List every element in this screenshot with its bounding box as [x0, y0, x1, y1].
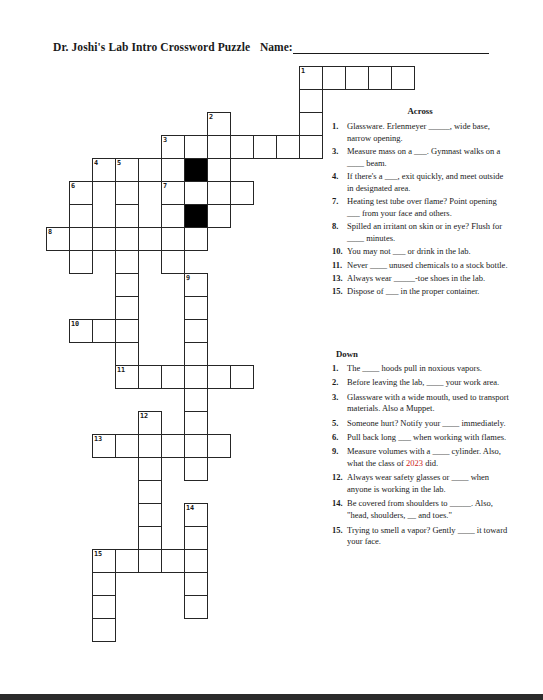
cell-number: 13 [94, 435, 102, 443]
clue-number: 1. [330, 121, 346, 145]
grid-cell[interactable] [115, 342, 139, 366]
cell-number: 11 [117, 366, 125, 374]
grid-cell[interactable] [322, 66, 346, 90]
grid-cell[interactable] [138, 503, 162, 527]
clue-text: Measure volumes with a ____ cylinder. Al… [347, 446, 510, 470]
clue-number: 12. [330, 472, 346, 496]
clue-down-15: 15.Trying to smell a vapor? Gently ____ … [330, 525, 510, 549]
clue-text: Someone hurt? Notify your ____ immediate… [347, 418, 510, 430]
across-clues-section: Across 1.Glassware. Erlenmeyer _____, wi… [330, 106, 510, 300]
grid-cell[interactable] [138, 227, 162, 251]
grid-cell[interactable] [299, 89, 323, 113]
grid-cell[interactable] [207, 365, 231, 389]
grid-cell[interactable]: 3 [161, 135, 185, 159]
clue-text: Trying to smell a vapor? Gently ____ it … [347, 525, 510, 549]
cell-number: 2 [209, 113, 213, 121]
grid-cell[interactable] [184, 296, 208, 320]
clue-number: 3. [330, 392, 346, 416]
clue-number: 1. [330, 363, 346, 375]
grid-cell[interactable]: 10 [69, 319, 93, 343]
grid-cell[interactable] [161, 250, 185, 274]
clue-across-10: 10.You may not ___ or drink in the lab. [330, 246, 510, 258]
grid-cell[interactable]: 4 [92, 158, 116, 182]
grid-cell[interactable] [69, 227, 93, 251]
clue-across-1: 1.Glassware. Erlenmeyer _____, wide base… [330, 121, 510, 145]
grid-cell[interactable]: 15 [92, 549, 116, 573]
grid-cell[interactable] [115, 296, 139, 320]
clue-across-11: 11.Never ____ unused chemicals to a stoc… [330, 260, 510, 272]
grid-cell[interactable] [138, 480, 162, 504]
grid-cell[interactable] [184, 388, 208, 412]
clue-number: 14. [330, 498, 346, 522]
cell-number: 6 [71, 182, 75, 190]
grid-cell[interactable] [184, 434, 208, 458]
grid-cell[interactable] [184, 457, 208, 481]
clue-text: If there's a ___, exit quickly, and meet… [347, 171, 510, 195]
grid-cell[interactable] [115, 181, 139, 205]
grid-cell[interactable] [138, 526, 162, 550]
clue-number: 6. [330, 432, 346, 444]
grid-cell[interactable] [138, 365, 162, 389]
grid-cell[interactable]: 5 [115, 158, 139, 182]
cell-number: 8 [48, 228, 52, 236]
grid-cell[interactable] [69, 250, 93, 274]
grid-cell[interactable] [184, 135, 208, 159]
grid-cell[interactable] [161, 158, 185, 182]
cell-number: 1 [301, 67, 305, 75]
clue-number: 7. [330, 196, 346, 220]
grid-cell[interactable] [368, 66, 392, 90]
grid-cell[interactable] [92, 227, 116, 251]
grid-cell[interactable] [115, 204, 139, 228]
grid-cell[interactable] [230, 365, 254, 389]
cell-number: 14 [186, 504, 194, 512]
grid-cell[interactable]: 6 [69, 181, 93, 205]
grid-cell[interactable] [391, 66, 415, 90]
clue-number: 11. [330, 260, 346, 272]
grid-cell[interactable] [207, 158, 231, 182]
grid-cell[interactable] [92, 618, 116, 642]
grid-cell[interactable] [276, 135, 300, 159]
clue-number: 4. [330, 171, 346, 195]
grid-cell[interactable] [92, 595, 116, 619]
clue-down-2: 2.Before leaving the lab, ____ your work… [330, 377, 510, 389]
grid-cell[interactable]: 14 [184, 503, 208, 527]
grid-cell[interactable] [161, 434, 185, 458]
grid-cell[interactable] [69, 204, 93, 228]
clue-down-5: 5.Someone hurt? Notify your ____ immedia… [330, 418, 510, 430]
grid-cell-black [184, 204, 208, 228]
bottom-page-bar [0, 694, 543, 700]
grid-cell[interactable]: 13 [92, 434, 116, 458]
grid-cell[interactable]: 7 [161, 181, 185, 205]
clue-number: 15. [330, 525, 346, 549]
grid-cell[interactable] [230, 181, 254, 205]
grid-cell[interactable] [184, 342, 208, 366]
cell-number: 12 [140, 412, 148, 420]
clue-number: 8. [330, 221, 346, 245]
grid-cell[interactable] [184, 319, 208, 343]
grid-cell[interactable] [184, 526, 208, 550]
clue-down-14: 14.Be covered from shoulders to _____. A… [330, 498, 510, 522]
grid-cell[interactable] [92, 572, 116, 596]
grid-cell[interactable] [345, 66, 369, 90]
grid-cell[interactable] [138, 549, 162, 573]
cell-number: 5 [117, 159, 121, 167]
clue-across-7: 7.Heating test tube over flame? Point op… [330, 196, 510, 220]
grid-cell[interactable] [184, 411, 208, 435]
clue-text: Never ____ unused chemicals to a stock b… [347, 260, 510, 272]
clue-text: Always wear safety glasses or ____ when … [347, 472, 510, 496]
grid-cell[interactable] [161, 204, 185, 228]
grid-cell[interactable] [138, 457, 162, 481]
clue-across-4: 4.If there's a ___, exit quickly, and me… [330, 171, 510, 195]
clue-down-3: 3.Glassware with a wide mouth, used to t… [330, 392, 510, 416]
grid-cell[interactable]: 8 [46, 227, 70, 251]
clue-text: Be covered from shoulders to _____. Also… [347, 498, 510, 522]
grid-cell[interactable] [184, 227, 208, 251]
grid-cell[interactable]: 9 [184, 273, 208, 297]
clue-text: The ____ hoods pull in noxious vapors. [347, 363, 510, 375]
clue-text: Measure mass on a ___. Gymnast walks on … [347, 146, 510, 170]
grid-cell[interactable]: 12 [138, 411, 162, 435]
clue-down-12: 12.Always wear safety glasses or ____ wh… [330, 472, 510, 496]
grid-cell[interactable] [115, 227, 139, 251]
clue-across-3: 3.Measure mass on a ___. Gymnast walks o… [330, 146, 510, 170]
grid-cell[interactable] [92, 319, 116, 343]
clue-down-1: 1.The ____ hoods pull in noxious vapors. [330, 363, 510, 375]
grid-cell[interactable] [161, 365, 185, 389]
clue-text: Always wear _____-toe shoes in the lab. [347, 273, 510, 285]
clue-number: 15. [330, 286, 346, 298]
clue-number: 9. [330, 446, 346, 470]
clue-across-8: 8.Spilled an irritant on skin or in eye?… [330, 221, 510, 245]
grid-cell[interactable] [115, 273, 139, 297]
clue-text: Glassware with a wide mouth, used to tra… [347, 392, 510, 416]
clue-down-6: 6.Pull back long ___ when working with f… [330, 432, 510, 444]
grid-cell[interactable] [184, 365, 208, 389]
grid-cell[interactable] [115, 250, 139, 274]
clue-text: Dispose of ___ in the proper container. [347, 286, 510, 298]
grid-cell[interactable] [184, 181, 208, 205]
page-title: Dr. Joshi's Lab Intro Crossword Puzzle [53, 41, 250, 53]
clue-number: 10. [330, 246, 346, 258]
clue-text: Before leaving the lab, ____ your work a… [347, 377, 510, 389]
cell-number: 10 [71, 320, 79, 328]
clue-text: Pull back long ___ when working with fla… [347, 432, 510, 444]
clue-across-15: 15.Dispose of ___ in the proper containe… [330, 286, 510, 298]
cell-number: 15 [94, 550, 102, 558]
down-clue-list: 1.The ____ hoods pull in noxious vapors.… [330, 363, 510, 548]
grid-cell[interactable] [115, 319, 139, 343]
clue-text: Heating test tube over flame? Point open… [347, 196, 510, 220]
clue-number: 13. [330, 273, 346, 285]
grid-cell[interactable] [184, 572, 208, 596]
grid-cell[interactable] [115, 434, 139, 458]
grid-cell[interactable] [115, 549, 139, 573]
grid-cell[interactable] [138, 434, 162, 458]
grid-cell[interactable] [207, 434, 231, 458]
clue-text: You may not ___ or drink in the lab. [347, 246, 510, 258]
grid-cell[interactable] [161, 227, 185, 251]
down-clues-section: Down 1.The ____ hoods pull in noxious va… [330, 349, 510, 551]
clue-number: 3. [330, 146, 346, 170]
grid-cell[interactable] [207, 204, 231, 228]
grid-cell[interactable] [299, 112, 323, 136]
across-clue-list: 1.Glassware. Erlenmeyer _____, wide base… [330, 121, 510, 298]
grid-cell[interactable]: 2 [207, 112, 231, 136]
cell-number: 9 [186, 274, 190, 282]
clue-across-13: 13.Always wear _____-toe shoes in the la… [330, 273, 510, 285]
grid-cell[interactable] [207, 181, 231, 205]
grid-cell[interactable] [207, 135, 231, 159]
clue-number: 2. [330, 377, 346, 389]
name-label: Name: [260, 41, 293, 53]
cell-number: 7 [163, 182, 167, 190]
grid-cell[interactable] [138, 158, 162, 182]
clue-number: 5. [330, 418, 346, 430]
grid-cell[interactable] [184, 549, 208, 573]
cell-number: 4 [94, 159, 98, 167]
across-header: Across [330, 106, 510, 116]
grid-cell[interactable] [253, 135, 277, 159]
cell-number: 3 [163, 136, 167, 144]
grid-cell-black [184, 158, 208, 182]
worksheet-page: { "header": { "title": "Dr. Joshi's Lab … [0, 0, 543, 700]
grid-cell[interactable] [184, 595, 208, 619]
clue-down-9: 9.Measure volumes with a ____ cylinder. … [330, 446, 510, 470]
red-highlight-text: 2023 [406, 458, 423, 468]
grid-cell[interactable] [230, 135, 254, 159]
down-header: Down [336, 349, 510, 359]
clue-text: Spilled an irritant on skin or in eye? F… [347, 221, 510, 245]
grid-cell[interactable]: 1 [299, 66, 323, 90]
clue-text: Glassware. Erlenmeyer _____, wide base, … [347, 121, 510, 145]
grid-cell[interactable] [161, 549, 185, 573]
grid-cell[interactable]: 11 [115, 365, 139, 389]
name-fill-line[interactable] [293, 38, 489, 54]
grid-cell[interactable] [299, 135, 323, 159]
